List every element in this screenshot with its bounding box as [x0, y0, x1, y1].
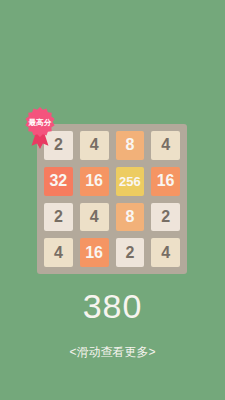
- best-score-badge: 最高分: [21, 106, 59, 152]
- tile-r3c3: 8: [116, 203, 145, 232]
- tile-r3c4: 2: [151, 203, 180, 232]
- tile-r3c2: 4: [80, 203, 109, 232]
- tile-r2c1: 32: [44, 167, 73, 196]
- tile-r1c4: 4: [151, 131, 180, 160]
- tile-r4c1: 4: [44, 238, 73, 267]
- tile-r4c2: 16: [80, 238, 109, 267]
- tile-r2c3: 256: [116, 167, 145, 196]
- tile-r2c4: 16: [151, 167, 180, 196]
- tile-r1c3: 8: [116, 131, 145, 160]
- tile-r3c1: 2: [44, 203, 73, 232]
- board[interactable]: 2484321625616248241624: [37, 124, 187, 274]
- game-screen[interactable]: 最高分 2484321625616248241624 380 <滑动查看更多>: [0, 0, 225, 400]
- tile-r2c2: 16: [80, 167, 109, 196]
- tile-r4c3: 2: [116, 238, 145, 267]
- badge-label: 最高分: [28, 118, 52, 127]
- tile-r1c2: 4: [80, 131, 109, 160]
- score-value: 380: [0, 287, 225, 326]
- tile-r4c4: 4: [151, 238, 180, 267]
- swipe-hint: <滑动查看更多>: [0, 344, 225, 361]
